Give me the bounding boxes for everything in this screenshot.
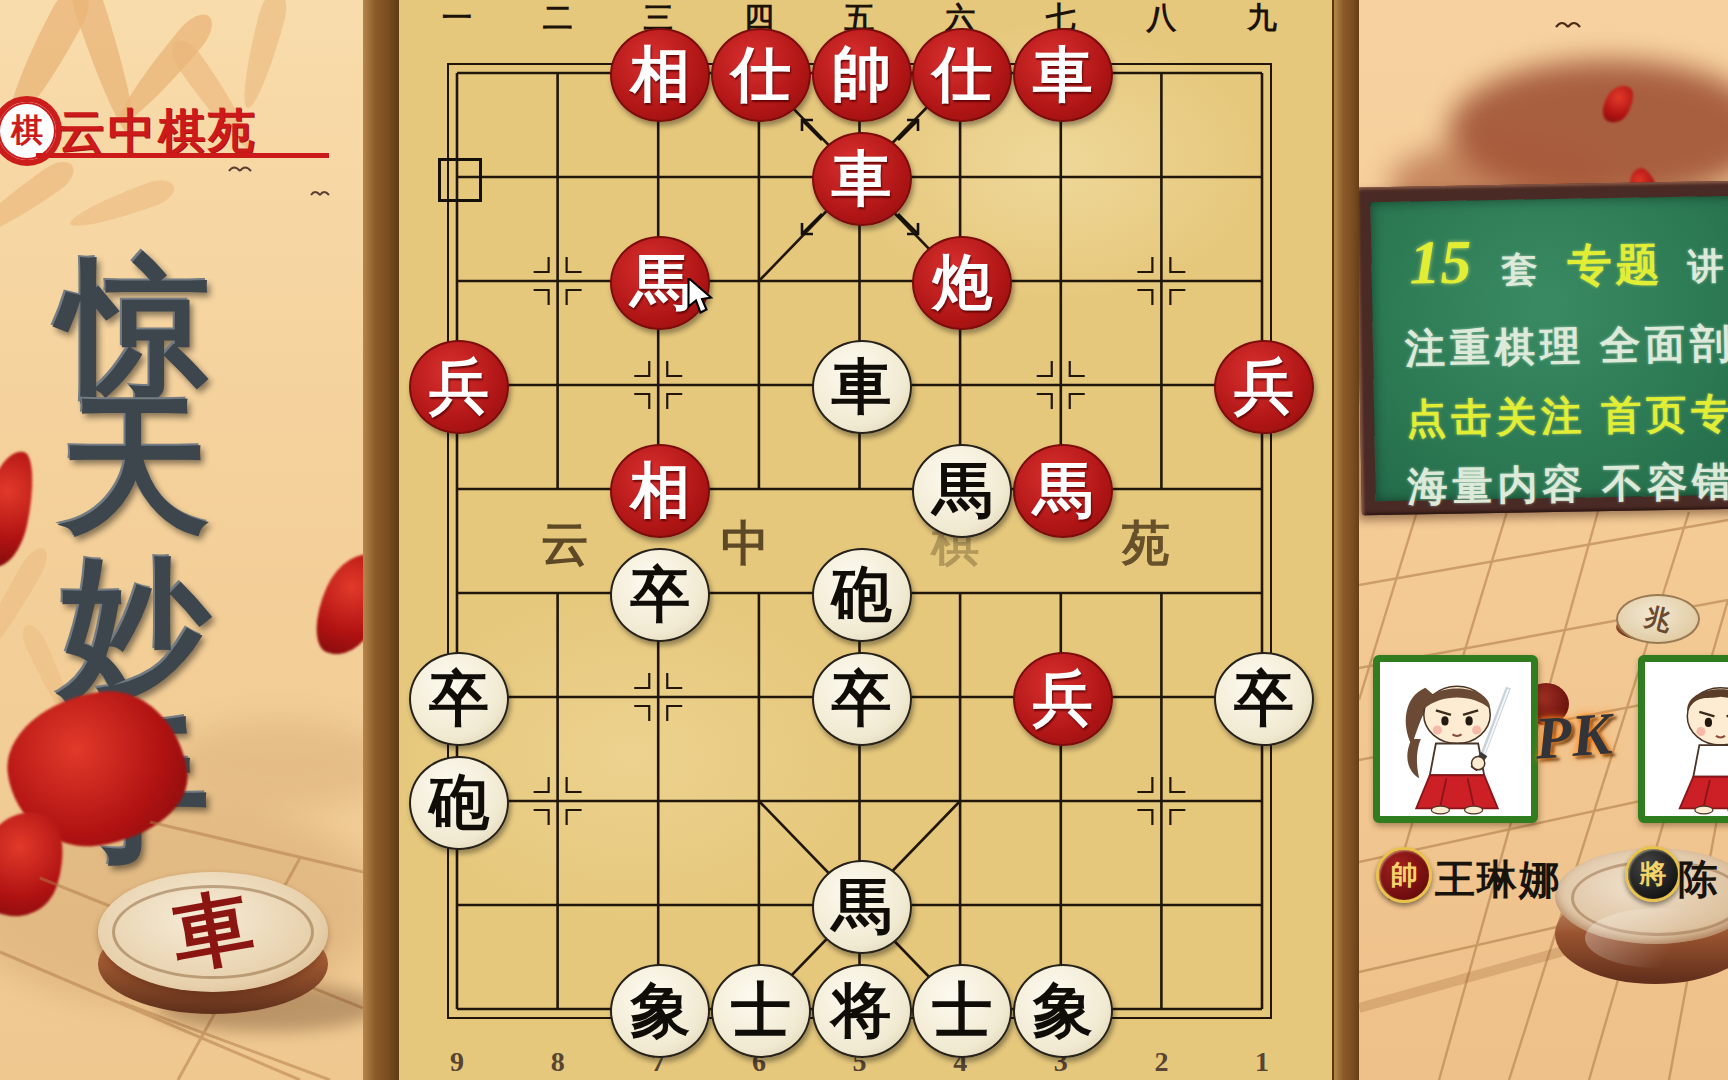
chalk-line3: 点击关注 首页专	[1406, 386, 1728, 447]
decor-small-piece-char: 兆	[1641, 599, 1675, 639]
chalkboard: 15 套 专题 讲 注重棋理 全面剖 点击关注 首页专 海量内容 不容错	[1359, 181, 1728, 516]
avatar-black-player	[1638, 655, 1728, 823]
piece-black-卒[interactable]: 卒	[409, 652, 509, 746]
mouse-cursor	[687, 278, 717, 314]
xiangqi-board[interactable]: 云中棋苑	[399, 0, 1332, 1080]
file-label-top: 二	[536, 0, 580, 39]
piece-black-砲[interactable]: 砲	[409, 756, 509, 850]
piece-black-士[interactable]: 士	[912, 964, 1012, 1058]
file-label-bottom: 2	[1139, 1046, 1183, 1078]
red-badge-char: 帥	[1391, 857, 1418, 893]
red-general-badge: 帥	[1376, 847, 1432, 903]
chalk-line2: 注重棋理 全面剖	[1405, 316, 1728, 377]
chalk-num: 15	[1409, 227, 1472, 296]
last-move-from-marker	[438, 158, 482, 202]
file-label-top: 八	[1139, 0, 1183, 39]
piece-black-士[interactable]: 士	[711, 964, 811, 1058]
piece-red-兵[interactable]: 兵	[1214, 340, 1314, 434]
piece-black-将[interactable]: 将	[812, 964, 912, 1058]
selection-arrows-marker	[794, 112, 926, 242]
piece-red-相[interactable]: 相	[610, 28, 710, 122]
piece-red-帥[interactable]: 帥	[812, 28, 912, 122]
board-frame-right	[1332, 0, 1361, 1080]
pk-versus-text: PK	[1533, 699, 1614, 773]
piece-black-象[interactable]: 象	[610, 964, 710, 1058]
piece-red-兵[interactable]: 兵	[409, 340, 509, 434]
piece-red-車[interactable]: 車	[1013, 28, 1113, 122]
red-player-name: 王琳娜	[1435, 852, 1561, 907]
left-art-panel: 棋 云中棋苑 惊天妙手 車	[0, 0, 363, 1080]
piece-red-仕[interactable]: 仕	[711, 28, 811, 122]
black-badge-char: 將	[1640, 856, 1667, 892]
chalk-line4: 海量内容 不容错	[1407, 454, 1728, 515]
piece-red-炮[interactable]: 炮	[912, 236, 1012, 330]
board-frame-left	[363, 0, 402, 1080]
piece-red-馬[interactable]: 馬	[1013, 444, 1113, 538]
file-label-bottom: 9	[435, 1046, 479, 1078]
piece-black-車[interactable]: 車	[812, 340, 912, 434]
file-label-bottom: 8	[536, 1046, 580, 1078]
decor-chariot-piece: 車	[98, 872, 328, 1032]
piece-black-卒[interactable]: 卒	[610, 548, 710, 642]
file-label-top: 九	[1240, 0, 1284, 39]
file-label-top: 一	[435, 0, 479, 39]
chalkboard-surface: 15 套 专题 讲 注重棋理 全面剖 点击关注 首页专 海量内容 不容错	[1370, 195, 1728, 501]
chalk-seg2: 专题	[1567, 240, 1664, 291]
piece-black-象[interactable]: 象	[1013, 964, 1113, 1058]
black-player-name: 陈	[1678, 852, 1720, 907]
piece-red-兵[interactable]: 兵	[1013, 652, 1113, 746]
piece-red-仕[interactable]: 仕	[912, 28, 1012, 122]
avatar-boy-illustration	[1645, 662, 1728, 816]
black-general-badge: 將	[1625, 846, 1681, 902]
piece-black-卒[interactable]: 卒	[1214, 652, 1314, 746]
chalk-seg1: 套	[1501, 249, 1538, 290]
piece-black-砲[interactable]: 砲	[812, 548, 912, 642]
avatar-red-player	[1373, 655, 1538, 823]
right-info-panel: 兆 15 套 专题 讲 注重棋理 全面剖 点击关注 首页专 海量内容 不容错	[1359, 0, 1728, 1080]
piece-black-馬[interactable]: 馬	[812, 860, 912, 954]
decor-small-piece: 兆	[1616, 594, 1700, 644]
piece-black-馬[interactable]: 馬	[912, 444, 1012, 538]
avatar-girl-illustration	[1380, 662, 1531, 816]
piece-red-相[interactable]: 相	[610, 444, 710, 538]
chalk-seg3: 讲	[1687, 246, 1724, 287]
piece-black-卒[interactable]: 卒	[812, 652, 912, 746]
file-label-bottom: 1	[1240, 1046, 1284, 1078]
